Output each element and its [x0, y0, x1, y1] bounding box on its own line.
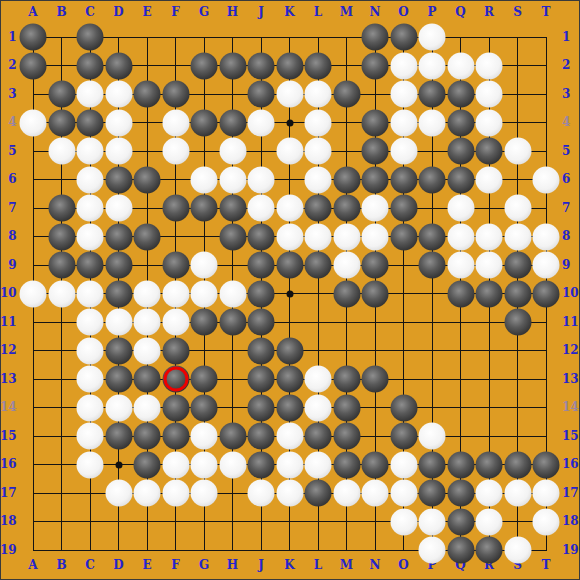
intersection-N14[interactable]	[361, 393, 390, 422]
intersection-D18[interactable]	[104, 507, 133, 536]
intersection-O16[interactable]	[389, 450, 418, 479]
intersection-T6[interactable]	[532, 165, 561, 194]
intersection-D16[interactable]	[104, 450, 133, 479]
intersection-K8[interactable]	[275, 222, 304, 251]
intersection-O15[interactable]	[389, 422, 418, 451]
intersection-K1[interactable]	[275, 23, 304, 52]
intersection-B19[interactable]	[47, 536, 76, 565]
intersection-P6[interactable]	[418, 165, 447, 194]
intersection-A6[interactable]	[19, 165, 48, 194]
intersection-G10[interactable]	[190, 279, 219, 308]
intersection-O10[interactable]	[389, 279, 418, 308]
intersection-S12[interactable]	[503, 336, 532, 365]
intersection-F3[interactable]	[161, 80, 190, 109]
intersection-L14[interactable]	[304, 393, 333, 422]
intersection-K9[interactable]	[275, 251, 304, 280]
intersection-M11[interactable]	[332, 308, 361, 337]
intersection-F11[interactable]	[161, 308, 190, 337]
intersection-T17[interactable]	[532, 479, 561, 508]
intersection-E7[interactable]	[133, 194, 162, 223]
intersection-O8[interactable]	[389, 222, 418, 251]
intersection-O6[interactable]	[389, 165, 418, 194]
intersection-C1[interactable]	[76, 23, 105, 52]
intersection-C10[interactable]	[76, 279, 105, 308]
intersection-A3[interactable]	[19, 80, 48, 109]
intersection-H7[interactable]	[218, 194, 247, 223]
intersection-C9[interactable]	[76, 251, 105, 280]
intersection-R3[interactable]	[475, 80, 504, 109]
intersection-N4[interactable]	[361, 108, 390, 137]
intersection-O2[interactable]	[389, 51, 418, 80]
intersection-K14[interactable]	[275, 393, 304, 422]
intersection-B15[interactable]	[47, 422, 76, 451]
intersection-E12[interactable]	[133, 336, 162, 365]
intersection-E13[interactable]	[133, 365, 162, 394]
intersection-D15[interactable]	[104, 422, 133, 451]
intersection-P14[interactable]	[418, 393, 447, 422]
intersection-N6[interactable]	[361, 165, 390, 194]
intersection-R16[interactable]	[475, 450, 504, 479]
intersection-G15[interactable]	[190, 422, 219, 451]
intersection-D19[interactable]	[104, 536, 133, 565]
intersection-A14[interactable]	[19, 393, 48, 422]
intersection-E8[interactable]	[133, 222, 162, 251]
intersection-Q19[interactable]	[446, 536, 475, 565]
intersection-L3[interactable]	[304, 80, 333, 109]
intersection-B10[interactable]	[47, 279, 76, 308]
intersection-T10[interactable]	[532, 279, 561, 308]
intersection-L16[interactable]	[304, 450, 333, 479]
intersection-K10[interactable]	[275, 279, 304, 308]
intersection-L12[interactable]	[304, 336, 333, 365]
intersection-A13[interactable]	[19, 365, 48, 394]
intersection-C2[interactable]	[76, 51, 105, 80]
intersection-R7[interactable]	[475, 194, 504, 223]
intersection-K18[interactable]	[275, 507, 304, 536]
intersection-L2[interactable]	[304, 51, 333, 80]
intersection-G2[interactable]	[190, 51, 219, 80]
intersection-G3[interactable]	[190, 80, 219, 109]
intersection-C4[interactable]	[76, 108, 105, 137]
intersection-S15[interactable]	[503, 422, 532, 451]
intersection-T18[interactable]	[532, 507, 561, 536]
intersection-G11[interactable]	[190, 308, 219, 337]
intersection-C15[interactable]	[76, 422, 105, 451]
intersection-S5[interactable]	[503, 137, 532, 166]
intersection-P11[interactable]	[418, 308, 447, 337]
intersection-G4[interactable]	[190, 108, 219, 137]
intersection-G18[interactable]	[190, 507, 219, 536]
intersection-P3[interactable]	[418, 80, 447, 109]
intersection-R8[interactable]	[475, 222, 504, 251]
intersection-T8[interactable]	[532, 222, 561, 251]
intersection-Q4[interactable]	[446, 108, 475, 137]
intersection-M6[interactable]	[332, 165, 361, 194]
intersection-O13[interactable]	[389, 365, 418, 394]
intersection-L11[interactable]	[304, 308, 333, 337]
intersection-T9[interactable]	[532, 251, 561, 280]
intersection-R13[interactable]	[475, 365, 504, 394]
intersection-S1[interactable]	[503, 23, 532, 52]
intersection-E2[interactable]	[133, 51, 162, 80]
intersection-K19[interactable]	[275, 536, 304, 565]
intersection-J15[interactable]	[247, 422, 276, 451]
intersection-M10[interactable]	[332, 279, 361, 308]
intersection-Q17[interactable]	[446, 479, 475, 508]
intersection-L19[interactable]	[304, 536, 333, 565]
intersection-N16[interactable]	[361, 450, 390, 479]
intersection-A7[interactable]	[19, 194, 48, 223]
intersection-M18[interactable]	[332, 507, 361, 536]
intersection-H11[interactable]	[218, 308, 247, 337]
intersection-E9[interactable]	[133, 251, 162, 280]
intersection-H16[interactable]	[218, 450, 247, 479]
intersection-D17[interactable]	[104, 479, 133, 508]
intersection-E3[interactable]	[133, 80, 162, 109]
intersection-J2[interactable]	[247, 51, 276, 80]
intersection-T1[interactable]	[532, 23, 561, 52]
intersection-J5[interactable]	[247, 137, 276, 166]
intersection-S11[interactable]	[503, 308, 532, 337]
intersection-G17[interactable]	[190, 479, 219, 508]
intersection-P10[interactable]	[418, 279, 447, 308]
intersection-A19[interactable]	[19, 536, 48, 565]
intersection-J16[interactable]	[247, 450, 276, 479]
intersection-J9[interactable]	[247, 251, 276, 280]
intersection-C13[interactable]	[76, 365, 105, 394]
intersection-P17[interactable]	[418, 479, 447, 508]
intersection-N18[interactable]	[361, 507, 390, 536]
intersection-F17[interactable]	[161, 479, 190, 508]
intersection-T5[interactable]	[532, 137, 561, 166]
intersection-J18[interactable]	[247, 507, 276, 536]
intersection-H6[interactable]	[218, 165, 247, 194]
intersection-C19[interactable]	[76, 536, 105, 565]
intersection-L17[interactable]	[304, 479, 333, 508]
intersection-C6[interactable]	[76, 165, 105, 194]
intersection-M9[interactable]	[332, 251, 361, 280]
intersection-T19[interactable]	[532, 536, 561, 565]
intersection-S8[interactable]	[503, 222, 532, 251]
intersection-E18[interactable]	[133, 507, 162, 536]
intersection-J7[interactable]	[247, 194, 276, 223]
intersection-D7[interactable]	[104, 194, 133, 223]
intersection-D12[interactable]	[104, 336, 133, 365]
intersection-J10[interactable]	[247, 279, 276, 308]
intersection-Q13[interactable]	[446, 365, 475, 394]
intersection-K4[interactable]	[275, 108, 304, 137]
intersection-M12[interactable]	[332, 336, 361, 365]
intersection-B18[interactable]	[47, 507, 76, 536]
intersection-G12[interactable]	[190, 336, 219, 365]
intersection-S13[interactable]	[503, 365, 532, 394]
intersection-E4[interactable]	[133, 108, 162, 137]
intersection-G13[interactable]	[190, 365, 219, 394]
intersection-D5[interactable]	[104, 137, 133, 166]
intersection-P12[interactable]	[418, 336, 447, 365]
intersection-P2[interactable]	[418, 51, 447, 80]
intersection-N7[interactable]	[361, 194, 390, 223]
intersection-L15[interactable]	[304, 422, 333, 451]
intersection-O7[interactable]	[389, 194, 418, 223]
intersection-O11[interactable]	[389, 308, 418, 337]
intersection-P9[interactable]	[418, 251, 447, 280]
intersection-M4[interactable]	[332, 108, 361, 137]
intersection-H17[interactable]	[218, 479, 247, 508]
intersection-Q9[interactable]	[446, 251, 475, 280]
intersection-B14[interactable]	[47, 393, 76, 422]
intersection-C11[interactable]	[76, 308, 105, 337]
intersection-J4[interactable]	[247, 108, 276, 137]
intersection-Q12[interactable]	[446, 336, 475, 365]
intersection-O3[interactable]	[389, 80, 418, 109]
intersection-J17[interactable]	[247, 479, 276, 508]
intersection-B9[interactable]	[47, 251, 76, 280]
intersection-M13[interactable]	[332, 365, 361, 394]
intersection-L18[interactable]	[304, 507, 333, 536]
intersection-P4[interactable]	[418, 108, 447, 137]
intersection-H8[interactable]	[218, 222, 247, 251]
intersection-B5[interactable]	[47, 137, 76, 166]
intersection-H3[interactable]	[218, 80, 247, 109]
intersection-Q7[interactable]	[446, 194, 475, 223]
intersection-K13[interactable]	[275, 365, 304, 394]
intersection-A11[interactable]	[19, 308, 48, 337]
intersection-O17[interactable]	[389, 479, 418, 508]
intersection-R6[interactable]	[475, 165, 504, 194]
intersection-S4[interactable]	[503, 108, 532, 137]
intersection-H4[interactable]	[218, 108, 247, 137]
intersection-N15[interactable]	[361, 422, 390, 451]
intersection-N12[interactable]	[361, 336, 390, 365]
intersection-M19[interactable]	[332, 536, 361, 565]
intersection-O19[interactable]	[389, 536, 418, 565]
intersection-O18[interactable]	[389, 507, 418, 536]
intersection-G19[interactable]	[190, 536, 219, 565]
intersection-E5[interactable]	[133, 137, 162, 166]
intersection-B4[interactable]	[47, 108, 76, 137]
intersection-B2[interactable]	[47, 51, 76, 80]
intersection-M16[interactable]	[332, 450, 361, 479]
intersection-C3[interactable]	[76, 80, 105, 109]
intersection-H14[interactable]	[218, 393, 247, 422]
intersection-K17[interactable]	[275, 479, 304, 508]
intersection-F7[interactable]	[161, 194, 190, 223]
intersection-Q10[interactable]	[446, 279, 475, 308]
intersection-C17[interactable]	[76, 479, 105, 508]
intersection-L6[interactable]	[304, 165, 333, 194]
intersection-B17[interactable]	[47, 479, 76, 508]
intersection-R19[interactable]	[475, 536, 504, 565]
intersection-P1[interactable]	[418, 23, 447, 52]
intersection-M17[interactable]	[332, 479, 361, 508]
intersection-F15[interactable]	[161, 422, 190, 451]
intersection-S6[interactable]	[503, 165, 532, 194]
intersection-R14[interactable]	[475, 393, 504, 422]
intersection-N2[interactable]	[361, 51, 390, 80]
intersection-G9[interactable]	[190, 251, 219, 280]
intersection-T7[interactable]	[532, 194, 561, 223]
intersection-O4[interactable]	[389, 108, 418, 137]
intersection-T14[interactable]	[532, 393, 561, 422]
intersection-M5[interactable]	[332, 137, 361, 166]
intersection-D3[interactable]	[104, 80, 133, 109]
intersection-D9[interactable]	[104, 251, 133, 280]
intersection-D4[interactable]	[104, 108, 133, 137]
intersection-M15[interactable]	[332, 422, 361, 451]
intersection-F9[interactable]	[161, 251, 190, 280]
intersection-Q8[interactable]	[446, 222, 475, 251]
intersection-D8[interactable]	[104, 222, 133, 251]
intersection-F16[interactable]	[161, 450, 190, 479]
intersection-F4[interactable]	[161, 108, 190, 137]
intersection-N1[interactable]	[361, 23, 390, 52]
intersection-Q3[interactable]	[446, 80, 475, 109]
intersection-Q15[interactable]	[446, 422, 475, 451]
intersection-N13[interactable]	[361, 365, 390, 394]
intersection-L9[interactable]	[304, 251, 333, 280]
intersection-D14[interactable]	[104, 393, 133, 422]
intersection-J19[interactable]	[247, 536, 276, 565]
intersection-O1[interactable]	[389, 23, 418, 52]
intersection-T11[interactable]	[532, 308, 561, 337]
intersection-S14[interactable]	[503, 393, 532, 422]
intersection-Q11[interactable]	[446, 308, 475, 337]
intersection-B6[interactable]	[47, 165, 76, 194]
intersection-E17[interactable]	[133, 479, 162, 508]
intersection-N5[interactable]	[361, 137, 390, 166]
intersection-G6[interactable]	[190, 165, 219, 194]
intersection-G8[interactable]	[190, 222, 219, 251]
intersection-P5[interactable]	[418, 137, 447, 166]
intersection-T13[interactable]	[532, 365, 561, 394]
intersection-N19[interactable]	[361, 536, 390, 565]
intersection-F5[interactable]	[161, 137, 190, 166]
intersection-O14[interactable]	[389, 393, 418, 422]
intersection-F19[interactable]	[161, 536, 190, 565]
intersection-H13[interactable]	[218, 365, 247, 394]
intersection-K2[interactable]	[275, 51, 304, 80]
intersection-P19[interactable]	[418, 536, 447, 565]
intersection-A16[interactable]	[19, 450, 48, 479]
intersection-N17[interactable]	[361, 479, 390, 508]
intersection-T15[interactable]	[532, 422, 561, 451]
intersection-C5[interactable]	[76, 137, 105, 166]
intersection-R15[interactable]	[475, 422, 504, 451]
intersection-G16[interactable]	[190, 450, 219, 479]
intersection-B3[interactable]	[47, 80, 76, 109]
intersection-G1[interactable]	[190, 23, 219, 52]
intersection-K11[interactable]	[275, 308, 304, 337]
intersection-A4[interactable]	[19, 108, 48, 137]
intersection-A17[interactable]	[19, 479, 48, 508]
intersection-P7[interactable]	[418, 194, 447, 223]
intersection-R1[interactable]	[475, 23, 504, 52]
intersection-P13[interactable]	[418, 365, 447, 394]
intersection-Q16[interactable]	[446, 450, 475, 479]
intersection-J12[interactable]	[247, 336, 276, 365]
intersection-C7[interactable]	[76, 194, 105, 223]
intersection-H5[interactable]	[218, 137, 247, 166]
intersection-K12[interactable]	[275, 336, 304, 365]
intersection-T2[interactable]	[532, 51, 561, 80]
intersection-A5[interactable]	[19, 137, 48, 166]
intersection-E15[interactable]	[133, 422, 162, 451]
intersection-M2[interactable]	[332, 51, 361, 80]
intersection-S19[interactable]	[503, 536, 532, 565]
intersection-R10[interactable]	[475, 279, 504, 308]
intersection-F12[interactable]	[161, 336, 190, 365]
intersection-B1[interactable]	[47, 23, 76, 52]
intersection-D11[interactable]	[104, 308, 133, 337]
intersection-R11[interactable]	[475, 308, 504, 337]
intersection-C18[interactable]	[76, 507, 105, 536]
intersection-E19[interactable]	[133, 536, 162, 565]
intersection-C16[interactable]	[76, 450, 105, 479]
intersection-B7[interactable]	[47, 194, 76, 223]
intersection-A10[interactable]	[19, 279, 48, 308]
intersection-S17[interactable]	[503, 479, 532, 508]
intersection-O9[interactable]	[389, 251, 418, 280]
intersection-D6[interactable]	[104, 165, 133, 194]
intersection-K7[interactable]	[275, 194, 304, 223]
intersection-N10[interactable]	[361, 279, 390, 308]
intersection-C12[interactable]	[76, 336, 105, 365]
intersection-E11[interactable]	[133, 308, 162, 337]
intersection-E1[interactable]	[133, 23, 162, 52]
intersection-Q2[interactable]	[446, 51, 475, 80]
intersection-D1[interactable]	[104, 23, 133, 52]
intersection-L7[interactable]	[304, 194, 333, 223]
intersection-K15[interactable]	[275, 422, 304, 451]
intersection-E10[interactable]	[133, 279, 162, 308]
intersection-Q5[interactable]	[446, 137, 475, 166]
intersection-G14[interactable]	[190, 393, 219, 422]
intersection-K16[interactable]	[275, 450, 304, 479]
intersection-K6[interactable]	[275, 165, 304, 194]
intersection-J6[interactable]	[247, 165, 276, 194]
intersection-S3[interactable]	[503, 80, 532, 109]
intersection-N9[interactable]	[361, 251, 390, 280]
intersection-F1[interactable]	[161, 23, 190, 52]
intersection-A15[interactable]	[19, 422, 48, 451]
intersection-E14[interactable]	[133, 393, 162, 422]
intersection-B12[interactable]	[47, 336, 76, 365]
intersection-H9[interactable]	[218, 251, 247, 280]
intersection-R12[interactable]	[475, 336, 504, 365]
intersection-Q18[interactable]	[446, 507, 475, 536]
intersection-J1[interactable]	[247, 23, 276, 52]
intersection-A1[interactable]	[19, 23, 48, 52]
intersection-L10[interactable]	[304, 279, 333, 308]
intersection-S7[interactable]	[503, 194, 532, 223]
intersection-A9[interactable]	[19, 251, 48, 280]
intersection-R5[interactable]	[475, 137, 504, 166]
intersection-G5[interactable]	[190, 137, 219, 166]
intersection-D2[interactable]	[104, 51, 133, 80]
intersection-R17[interactable]	[475, 479, 504, 508]
intersection-P16[interactable]	[418, 450, 447, 479]
intersection-J13[interactable]	[247, 365, 276, 394]
intersection-F13[interactable]	[161, 365, 190, 394]
intersection-J14[interactable]	[247, 393, 276, 422]
intersection-F10[interactable]	[161, 279, 190, 308]
intersection-O5[interactable]	[389, 137, 418, 166]
intersection-P18[interactable]	[418, 507, 447, 536]
intersection-Q1[interactable]	[446, 23, 475, 52]
intersection-R9[interactable]	[475, 251, 504, 280]
intersection-R4[interactable]	[475, 108, 504, 137]
